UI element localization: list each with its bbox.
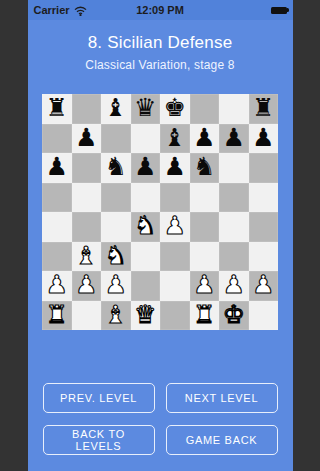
square-h6[interactable] — [249, 153, 279, 183]
square-g6[interactable] — [219, 153, 249, 183]
piece-wr: ♜ — [193, 302, 215, 327]
square-a2[interactable]: ♟ — [42, 271, 72, 301]
square-a8[interactable]: ♜ — [42, 94, 72, 124]
square-b4[interactable] — [72, 212, 102, 242]
square-h5[interactable] — [249, 183, 279, 213]
piece-br: ♜ — [252, 95, 274, 120]
piece-wq: ♛ — [134, 302, 156, 327]
square-f4[interactable] — [190, 212, 220, 242]
square-g5[interactable] — [219, 183, 249, 213]
square-d6[interactable]: ♟ — [131, 153, 161, 183]
piece-bq: ♛ — [134, 95, 156, 120]
square-a5[interactable] — [42, 183, 72, 213]
square-e7[interactable]: ♝ — [160, 124, 190, 154]
status-time: 12:09 PM — [136, 4, 184, 16]
square-d3[interactable] — [131, 242, 161, 272]
square-c8[interactable]: ♝ — [101, 94, 131, 124]
square-g7[interactable]: ♟ — [219, 124, 249, 154]
square-c4[interactable] — [101, 212, 131, 242]
square-g3[interactable] — [219, 242, 249, 272]
square-h7[interactable]: ♟ — [249, 124, 279, 154]
page-subtitle: Classical Variation, stage 8 — [28, 58, 293, 72]
piece-bp: ♟ — [46, 154, 68, 179]
square-g4[interactable] — [219, 212, 249, 242]
square-c2[interactable]: ♟ — [101, 271, 131, 301]
square-c1[interactable]: ♝ — [101, 301, 131, 331]
square-e4[interactable]: ♟ — [160, 212, 190, 242]
square-b3[interactable]: ♝ — [72, 242, 102, 272]
square-f2[interactable]: ♟ — [190, 271, 220, 301]
piece-wb: ♝ — [75, 243, 97, 268]
carrier-label: Carrier — [34, 4, 70, 16]
piece-wk: ♚ — [223, 302, 245, 327]
square-a7[interactable] — [42, 124, 72, 154]
square-b1[interactable] — [72, 301, 102, 331]
square-c5[interactable] — [101, 183, 131, 213]
square-e8[interactable]: ♚ — [160, 94, 190, 124]
piece-bp: ♟ — [134, 154, 156, 179]
status-bar: Carrier 12:09 PM — [28, 0, 293, 20]
square-d7[interactable] — [131, 124, 161, 154]
square-c3[interactable]: ♞ — [101, 242, 131, 272]
square-b7[interactable]: ♟ — [72, 124, 102, 154]
game-back-button[interactable]: GAME BACK — [166, 425, 278, 455]
square-e2[interactable] — [160, 271, 190, 301]
square-b2[interactable]: ♟ — [72, 271, 102, 301]
page-title: 8. Sicilian Defense — [28, 33, 293, 53]
square-g8[interactable] — [219, 94, 249, 124]
square-h3[interactable] — [249, 242, 279, 272]
battery-icon — [271, 7, 287, 14]
square-f6[interactable]: ♞ — [190, 153, 220, 183]
square-g1[interactable]: ♚ — [219, 301, 249, 331]
status-bar-left: Carrier — [34, 4, 137, 16]
piece-wp: ♟ — [164, 213, 186, 238]
square-e5[interactable] — [160, 183, 190, 213]
square-f8[interactable] — [190, 94, 220, 124]
square-h8[interactable]: ♜ — [249, 94, 279, 124]
piece-bp: ♟ — [193, 125, 215, 150]
status-bar-right — [184, 7, 287, 14]
square-f7[interactable]: ♟ — [190, 124, 220, 154]
square-c7[interactable] — [101, 124, 131, 154]
piece-br: ♜ — [46, 95, 68, 120]
piece-bp: ♟ — [223, 125, 245, 150]
square-a6[interactable]: ♟ — [42, 153, 72, 183]
square-d4[interactable]: ♞ — [131, 212, 161, 242]
square-c6[interactable]: ♞ — [101, 153, 131, 183]
square-a4[interactable] — [42, 212, 72, 242]
prev-level-button[interactable]: PREV. LEVEL — [43, 383, 155, 413]
piece-bp: ♟ — [75, 125, 97, 150]
piece-bb: ♝ — [164, 125, 186, 150]
square-d2[interactable] — [131, 271, 161, 301]
square-a1[interactable]: ♜ — [42, 301, 72, 331]
piece-wb: ♝ — [105, 302, 127, 327]
piece-wp: ♟ — [193, 272, 215, 297]
piece-wp: ♟ — [46, 272, 68, 297]
piece-wn: ♞ — [134, 213, 156, 238]
piece-bp: ♟ — [252, 125, 274, 150]
piece-wp: ♟ — [252, 272, 274, 297]
square-d8[interactable]: ♛ — [131, 94, 161, 124]
piece-wp: ♟ — [75, 272, 97, 297]
square-d5[interactable] — [131, 183, 161, 213]
square-e3[interactable] — [160, 242, 190, 272]
app-screen: Carrier 12:09 PM 8. Sicilian Defense Cla… — [28, 0, 293, 471]
square-h4[interactable] — [249, 212, 279, 242]
square-e6[interactable]: ♟ — [160, 153, 190, 183]
piece-wp: ♟ — [105, 272, 127, 297]
square-b8[interactable] — [72, 94, 102, 124]
square-b5[interactable] — [72, 183, 102, 213]
square-f3[interactable] — [190, 242, 220, 272]
piece-bk: ♚ — [164, 95, 186, 120]
piece-bp: ♟ — [164, 154, 186, 179]
square-f5[interactable] — [190, 183, 220, 213]
piece-wr: ♜ — [46, 302, 68, 327]
square-d1[interactable]: ♛ — [131, 301, 161, 331]
piece-bb: ♝ — [105, 95, 127, 120]
square-h2[interactable]: ♟ — [249, 271, 279, 301]
square-a3[interactable] — [42, 242, 72, 272]
square-b6[interactable] — [72, 153, 102, 183]
square-g2[interactable]: ♟ — [219, 271, 249, 301]
next-level-button[interactable]: NEXT LEVEL — [166, 383, 278, 413]
wifi-icon — [74, 6, 87, 16]
back-to-levels-button[interactable]: BACK TO LEVELS — [43, 425, 155, 455]
level-controls: PREV. LEVEL NEXT LEVEL BACK TO LEVELS GA… — [43, 383, 278, 455]
piece-bn: ♞ — [105, 154, 127, 179]
square-h1[interactable] — [249, 301, 279, 331]
square-f1[interactable]: ♜ — [190, 301, 220, 331]
piece-wn: ♞ — [105, 243, 127, 268]
chess-board: ♜♝♛♚♜♟♝♟♟♟♟♞♟♟♞♞♟♝♞♟♟♟♟♟♟♜♝♛♜♚ — [42, 94, 278, 330]
piece-wp: ♟ — [223, 272, 245, 297]
square-e1[interactable] — [160, 301, 190, 331]
piece-bn: ♞ — [193, 154, 215, 179]
header: 8. Sicilian Defense Classical Variation,… — [28, 33, 293, 72]
